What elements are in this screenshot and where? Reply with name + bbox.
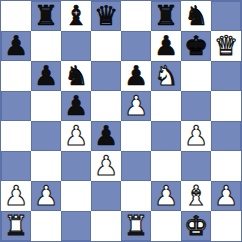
square-e7[interactable] — [121, 31, 151, 61]
white-knight-f6: ♞ — [154, 61, 178, 91]
square-g6[interactable] — [181, 61, 211, 91]
black-rook-b8: ♜ — [34, 1, 58, 31]
square-d1[interactable] — [91, 211, 121, 241]
square-a2[interactable]: ♟ — [1, 181, 31, 211]
square-e5[interactable]: ♟ — [121, 91, 151, 121]
square-b7[interactable] — [31, 31, 61, 61]
square-d5[interactable] — [91, 91, 121, 121]
square-f4[interactable] — [151, 121, 181, 151]
square-e3[interactable] — [121, 151, 151, 181]
square-a5[interactable] — [1, 91, 31, 121]
square-g5[interactable] — [181, 91, 211, 121]
white-bishop-g2: ♝ — [184, 181, 208, 211]
black-king-g7: ♚ — [184, 31, 208, 61]
square-b6[interactable]: ♟ — [31, 61, 61, 91]
black-knight-c6: ♞ — [64, 61, 88, 91]
black-pawn-a7: ♟ — [4, 31, 28, 61]
square-f7[interactable]: ♟ — [151, 31, 181, 61]
square-c6[interactable]: ♞ — [61, 61, 91, 91]
square-c4[interactable]: ♟ — [61, 121, 91, 151]
white-pawn-d3: ♟ — [94, 151, 118, 181]
black-knight-g8: ♞ — [184, 1, 208, 31]
black-pawn-f7: ♟ — [154, 31, 178, 61]
square-h2[interactable]: ♟ — [211, 181, 241, 211]
square-d3[interactable]: ♟ — [91, 151, 121, 181]
square-h5[interactable] — [211, 91, 241, 121]
square-b1[interactable] — [31, 211, 61, 241]
black-pawn-e6: ♟ — [124, 61, 148, 91]
square-c3[interactable] — [61, 151, 91, 181]
white-pawn-b2: ♟ — [34, 181, 58, 211]
square-e2[interactable] — [121, 181, 151, 211]
square-c5[interactable]: ♟ — [61, 91, 91, 121]
square-f1[interactable] — [151, 211, 181, 241]
square-g3[interactable] — [181, 151, 211, 181]
white-queen-h7: ♛ — [214, 31, 238, 61]
square-d7[interactable] — [91, 31, 121, 61]
black-pawn-c5: ♟ — [64, 91, 88, 121]
white-pawn-e5: ♟ — [124, 91, 148, 121]
square-f6[interactable]: ♞ — [151, 61, 181, 91]
square-f2[interactable]: ♟ — [151, 181, 181, 211]
square-h4[interactable] — [211, 121, 241, 151]
square-e4[interactable] — [121, 121, 151, 151]
white-pawn-a2: ♟ — [4, 181, 28, 211]
white-rook-e1: ♜ — [124, 211, 148, 241]
square-b3[interactable] — [31, 151, 61, 181]
square-a6[interactable] — [1, 61, 31, 91]
white-pawn-c4: ♟ — [64, 121, 88, 151]
square-d6[interactable] — [91, 61, 121, 91]
square-g8[interactable]: ♞ — [181, 1, 211, 31]
square-a4[interactable] — [1, 121, 31, 151]
square-f5[interactable] — [151, 91, 181, 121]
square-e1[interactable]: ♜ — [121, 211, 151, 241]
chess-board: ♜♝♛♜♞♟♟♚♛♟♞♟♞♟♟♟♟♟♟♟♟♟♝♟♜♜♚ — [0, 0, 242, 242]
black-pawn-d4: ♟ — [94, 121, 118, 151]
square-f8[interactable]: ♜ — [151, 1, 181, 31]
square-h7[interactable]: ♛ — [211, 31, 241, 61]
square-a8[interactable] — [1, 1, 31, 31]
square-b2[interactable]: ♟ — [31, 181, 61, 211]
chess-board-wrapper: ♜♝♛♜♞♟♟♚♛♟♞♟♞♟♟♟♟♟♟♟♟♟♝♟♜♜♚ — [0, 0, 242, 242]
square-h3[interactable] — [211, 151, 241, 181]
square-e6[interactable]: ♟ — [121, 61, 151, 91]
square-g4[interactable]: ♟ — [181, 121, 211, 151]
square-c7[interactable] — [61, 31, 91, 61]
white-pawn-g4: ♟ — [184, 121, 208, 151]
black-queen-d8: ♛ — [94, 1, 118, 31]
square-g1[interactable]: ♚ — [181, 211, 211, 241]
square-f3[interactable] — [151, 151, 181, 181]
black-bishop-c8: ♝ — [64, 1, 88, 31]
square-g2[interactable]: ♝ — [181, 181, 211, 211]
square-h6[interactable] — [211, 61, 241, 91]
square-c8[interactable]: ♝ — [61, 1, 91, 31]
square-a1[interactable]: ♜ — [1, 211, 31, 241]
square-h8[interactable] — [211, 1, 241, 31]
square-b5[interactable] — [31, 91, 61, 121]
square-c1[interactable] — [61, 211, 91, 241]
square-d2[interactable] — [91, 181, 121, 211]
white-king-g1: ♚ — [184, 211, 208, 241]
square-b8[interactable]: ♜ — [31, 1, 61, 31]
square-e8[interactable] — [121, 1, 151, 31]
white-rook-a1: ♜ — [4, 211, 28, 241]
square-a7[interactable]: ♟ — [1, 31, 31, 61]
white-pawn-h2: ♟ — [214, 181, 238, 211]
square-d4[interactable]: ♟ — [91, 121, 121, 151]
black-pawn-b6: ♟ — [34, 61, 58, 91]
square-g7[interactable]: ♚ — [181, 31, 211, 61]
square-d8[interactable]: ♛ — [91, 1, 121, 31]
square-c2[interactable] — [61, 181, 91, 211]
white-pawn-f2: ♟ — [154, 181, 178, 211]
square-a3[interactable] — [1, 151, 31, 181]
square-h1[interactable] — [211, 211, 241, 241]
black-rook-f8: ♜ — [154, 1, 178, 31]
square-b4[interactable] — [31, 121, 61, 151]
